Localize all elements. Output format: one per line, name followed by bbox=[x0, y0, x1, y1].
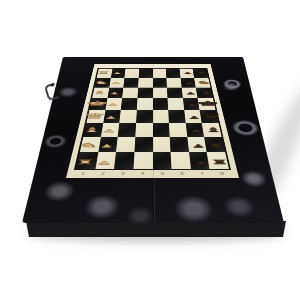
square bbox=[207, 152, 229, 169]
square bbox=[193, 69, 209, 78]
square bbox=[139, 69, 153, 78]
square bbox=[138, 78, 153, 88]
square bbox=[136, 110, 152, 123]
board-coordinate: 3 bbox=[120, 172, 125, 176]
square bbox=[153, 123, 170, 137]
square bbox=[171, 152, 191, 169]
square bbox=[101, 123, 120, 137]
board-coordinate: 1 bbox=[80, 172, 85, 176]
board-coordinate: 4 bbox=[140, 172, 145, 176]
square bbox=[194, 78, 210, 88]
square bbox=[170, 137, 189, 152]
square bbox=[95, 152, 116, 169]
board-coordinate: 6 bbox=[180, 172, 185, 176]
square bbox=[153, 137, 171, 152]
square bbox=[109, 78, 125, 88]
board-coordinate: 7 bbox=[200, 172, 205, 176]
chess-set-photo: 12345678 ♜♟♟♜♞♟♟♞♝♟♟♝♚♟♟♚♛♟♟♛♝♟♟♝♞♟♟♞♜♟♟… bbox=[0, 0, 300, 300]
chess-board: 12345678 ♜♟♟♜♞♟♟♞♝♟♟♝♚♟♟♚♛♟♟♛♝♟♟♝♞♟♟♞♜♟♟… bbox=[66, 64, 239, 178]
square bbox=[200, 110, 219, 123]
square bbox=[133, 152, 152, 169]
square bbox=[120, 110, 137, 123]
square bbox=[168, 110, 185, 123]
square bbox=[153, 78, 168, 88]
square bbox=[107, 88, 123, 99]
square bbox=[114, 152, 134, 169]
square bbox=[169, 123, 187, 137]
square bbox=[137, 98, 153, 110]
square bbox=[111, 69, 126, 78]
square bbox=[153, 98, 169, 110]
square bbox=[121, 98, 137, 110]
square bbox=[153, 110, 169, 123]
square bbox=[166, 78, 181, 88]
square bbox=[196, 88, 213, 99]
square bbox=[103, 110, 121, 123]
square bbox=[118, 123, 136, 137]
square bbox=[125, 69, 139, 78]
square bbox=[137, 88, 152, 99]
square bbox=[167, 88, 183, 99]
board-coordinate: 5 bbox=[160, 172, 165, 176]
square bbox=[153, 69, 167, 78]
square bbox=[134, 137, 152, 152]
square bbox=[122, 88, 138, 99]
board-coordinate: 2 bbox=[100, 172, 105, 176]
square bbox=[166, 69, 180, 78]
square bbox=[123, 78, 138, 88]
square bbox=[135, 123, 152, 137]
square bbox=[204, 137, 225, 152]
square bbox=[98, 137, 118, 152]
square bbox=[105, 98, 122, 110]
square bbox=[198, 98, 216, 110]
board-coordinate: 8 bbox=[219, 172, 224, 176]
square bbox=[116, 137, 135, 152]
square bbox=[168, 98, 184, 110]
square bbox=[153, 152, 172, 169]
square bbox=[202, 123, 222, 137]
square bbox=[153, 88, 168, 99]
